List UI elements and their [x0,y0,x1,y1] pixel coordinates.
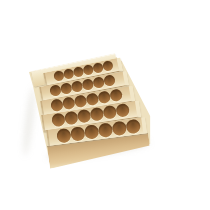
pit [50,99,64,113]
pit [98,122,114,138]
pit [84,124,100,140]
pit [109,89,123,103]
pit [103,74,116,87]
pit [77,109,92,124]
pit-board [0,0,210,210]
product-photo-stage [0,0,210,210]
pit [51,113,66,128]
pit [125,118,141,134]
pit [115,103,130,118]
pit [102,60,114,72]
pit [112,120,128,136]
pit [103,105,118,120]
pit [70,126,86,142]
pit [62,97,76,111]
pit [56,128,72,144]
pit [97,91,111,105]
pit [90,107,105,122]
pit [64,111,79,126]
pit [86,93,100,107]
pit [74,95,88,109]
